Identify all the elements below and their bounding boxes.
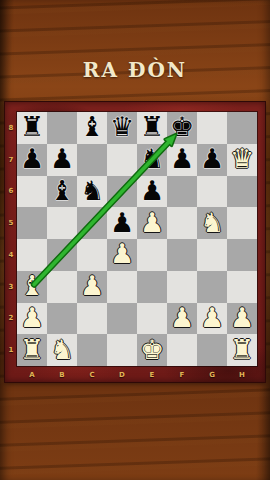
rank-label-8: 8 [5, 112, 17, 144]
piece-black-rook-a8[interactable]: ♜ [20, 113, 44, 140]
square-a1[interactable]: ♜ [17, 334, 47, 366]
square-d8[interactable]: ♛ [107, 112, 137, 144]
piece-black-pawn-a7[interactable]: ♟ [20, 145, 44, 172]
square-g4[interactable] [197, 239, 227, 271]
square-a4[interactable] [17, 239, 47, 271]
square-d7[interactable] [107, 144, 137, 176]
piece-black-bishop-b6[interactable]: ♝ [50, 177, 74, 204]
square-h3[interactable] [227, 271, 257, 303]
square-e5[interactable]: ♟ [137, 207, 167, 239]
page-background: RA ĐÒN 87654321 ♜♝♛♜♚♟♟♞♟♟♛♝♞♟♟♟♞♟♝♟♟♟♟♟… [0, 0, 270, 480]
file-label-f: F [167, 368, 197, 381]
square-a8[interactable]: ♜ [17, 112, 47, 144]
square-c6[interactable]: ♞ [77, 176, 107, 208]
square-b8[interactable] [47, 112, 77, 144]
square-f6[interactable] [167, 176, 197, 208]
square-a3[interactable]: ♝ [17, 271, 47, 303]
rank-label-4: 4 [5, 239, 17, 271]
square-b5[interactable] [47, 207, 77, 239]
square-h5[interactable] [227, 207, 257, 239]
file-label-a: A [17, 368, 47, 381]
piece-black-queen-d8[interactable]: ♛ [110, 113, 134, 140]
square-b1[interactable]: ♞ [47, 334, 77, 366]
square-e8[interactable]: ♜ [137, 112, 167, 144]
square-g7[interactable]: ♟ [197, 144, 227, 176]
square-h7[interactable]: ♛ [227, 144, 257, 176]
square-b7[interactable]: ♟ [47, 144, 77, 176]
piece-white-pawn-d4[interactable]: ♟ [110, 240, 134, 267]
piece-white-pawn-e5[interactable]: ♟ [140, 209, 164, 236]
square-a6[interactable] [17, 176, 47, 208]
piece-black-pawn-d5[interactable]: ♟ [110, 209, 134, 236]
square-c1[interactable] [77, 334, 107, 366]
square-g3[interactable] [197, 271, 227, 303]
file-label-d: D [107, 368, 137, 381]
piece-black-pawn-g7[interactable]: ♟ [200, 145, 224, 172]
square-e3[interactable] [137, 271, 167, 303]
piece-black-pawn-b7[interactable]: ♟ [50, 145, 74, 172]
piece-white-king-e1[interactable]: ♚ [140, 336, 164, 363]
square-e7[interactable]: ♞ [137, 144, 167, 176]
rank-label-7: 7 [5, 144, 17, 176]
page-title: RA ĐÒN [0, 58, 270, 82]
square-c7[interactable] [77, 144, 107, 176]
file-label-h: H [227, 368, 257, 381]
square-c8[interactable]: ♝ [77, 112, 107, 144]
square-h8[interactable] [227, 112, 257, 144]
square-h1[interactable]: ♜ [227, 334, 257, 366]
square-f8[interactable]: ♚ [167, 112, 197, 144]
file-labels: ABCDEFGH [17, 368, 257, 381]
piece-white-pawn-h2[interactable]: ♟ [230, 304, 254, 331]
rank-label-5: 5 [5, 207, 17, 239]
piece-white-queen-h7[interactable]: ♛ [230, 145, 254, 172]
square-f2[interactable]: ♟ [167, 303, 197, 335]
square-f3[interactable] [167, 271, 197, 303]
piece-white-knight-g5[interactable]: ♞ [200, 209, 224, 236]
file-label-e: E [137, 368, 167, 381]
square-f5[interactable] [167, 207, 197, 239]
square-b6[interactable]: ♝ [47, 176, 77, 208]
file-label-g: G [197, 368, 227, 381]
square-e6[interactable]: ♟ [137, 176, 167, 208]
piece-white-bishop-a3[interactable]: ♝ [20, 272, 44, 299]
rank-labels: 87654321 [5, 112, 17, 366]
square-a7[interactable]: ♟ [17, 144, 47, 176]
piece-white-rook-h1[interactable]: ♜ [230, 336, 254, 363]
square-e1[interactable]: ♚ [137, 334, 167, 366]
rank-label-2: 2 [5, 303, 17, 335]
file-label-c: C [77, 368, 107, 381]
square-f7[interactable]: ♟ [167, 144, 197, 176]
square-b4[interactable] [47, 239, 77, 271]
piece-white-pawn-f2[interactable]: ♟ [170, 304, 194, 331]
square-d2[interactable] [107, 303, 137, 335]
square-c2[interactable] [77, 303, 107, 335]
piece-white-pawn-a2[interactable]: ♟ [20, 304, 44, 331]
piece-black-knight-c6[interactable]: ♞ [80, 177, 104, 204]
rank-label-1: 1 [5, 334, 17, 366]
square-h2[interactable]: ♟ [227, 303, 257, 335]
square-g6[interactable] [197, 176, 227, 208]
piece-black-rook-e8[interactable]: ♜ [140, 113, 164, 140]
square-b2[interactable] [47, 303, 77, 335]
square-f1[interactable] [167, 334, 197, 366]
square-d4[interactable]: ♟ [107, 239, 137, 271]
piece-white-pawn-c3[interactable]: ♟ [80, 272, 104, 299]
piece-black-knight-e7[interactable]: ♞ [140, 145, 164, 172]
square-a2[interactable]: ♟ [17, 303, 47, 335]
piece-black-pawn-e6[interactable]: ♟ [140, 177, 164, 204]
square-d5[interactable]: ♟ [107, 207, 137, 239]
piece-black-king-f8[interactable]: ♚ [170, 113, 194, 140]
piece-black-bishop-c8[interactable]: ♝ [80, 113, 104, 140]
square-d1[interactable] [107, 334, 137, 366]
square-e4[interactable] [137, 239, 167, 271]
square-d6[interactable] [107, 176, 137, 208]
square-f4[interactable] [167, 239, 197, 271]
piece-white-knight-b1[interactable]: ♞ [50, 336, 74, 363]
square-c4[interactable] [77, 239, 107, 271]
chess-board: ♜♝♛♜♚♟♟♞♟♟♛♝♞♟♟♟♞♟♝♟♟♟♟♟♜♞♚♜ [17, 112, 257, 366]
square-g8[interactable] [197, 112, 227, 144]
square-e2[interactable] [137, 303, 167, 335]
square-b3[interactable] [47, 271, 77, 303]
square-d3[interactable] [107, 271, 137, 303]
square-h4[interactable] [227, 239, 257, 271]
square-a5[interactable] [17, 207, 47, 239]
square-c5[interactable] [77, 207, 107, 239]
piece-white-pawn-g2[interactable]: ♟ [200, 304, 224, 331]
square-h6[interactable] [227, 176, 257, 208]
board-frame: 87654321 ♜♝♛♜♚♟♟♞♟♟♛♝♞♟♟♟♞♟♝♟♟♟♟♟♜♞♚♜ AB… [5, 102, 265, 382]
piece-black-pawn-f7[interactable]: ♟ [170, 145, 194, 172]
square-g1[interactable] [197, 334, 227, 366]
square-c3[interactable]: ♟ [77, 271, 107, 303]
rank-label-3: 3 [5, 271, 17, 303]
square-g5[interactable]: ♞ [197, 207, 227, 239]
file-label-b: B [47, 368, 77, 381]
square-g2[interactable]: ♟ [197, 303, 227, 335]
rank-label-6: 6 [5, 176, 17, 208]
piece-white-rook-a1[interactable]: ♜ [20, 336, 44, 363]
